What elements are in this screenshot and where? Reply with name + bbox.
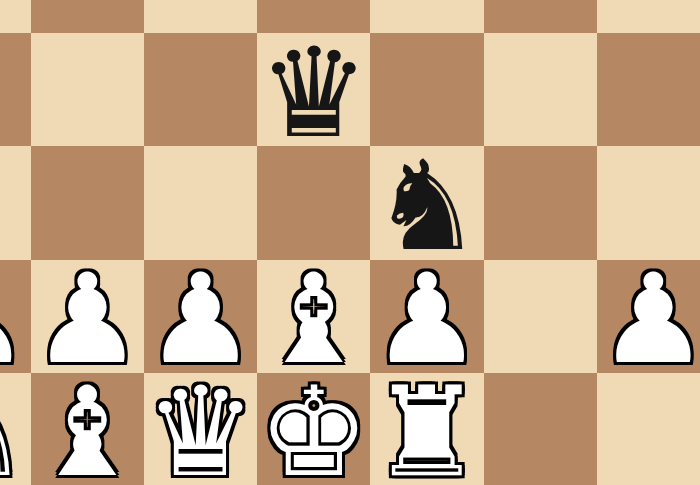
square-d1[interactable]: ♛ <box>144 373 257 485</box>
square-e2[interactable]: ♝ <box>257 260 370 373</box>
black-queen[interactable]: ♛ <box>258 31 369 155</box>
square-b5[interactable] <box>0 0 31 33</box>
square-d5[interactable] <box>144 0 257 33</box>
square-d3[interactable] <box>144 146 257 259</box>
square-f3[interactable]: ♞ <box>370 146 483 259</box>
white-queen[interactable]: ♛ <box>145 370 256 485</box>
square-d4[interactable] <box>144 33 257 146</box>
square-g2[interactable] <box>484 260 597 373</box>
square-g3[interactable] <box>484 146 597 259</box>
square-h3[interactable] <box>597 146 700 259</box>
square-g5[interactable] <box>484 0 597 33</box>
square-c1[interactable]: ♝ <box>31 373 144 485</box>
square-h4[interactable] <box>597 33 700 146</box>
board-viewport: ♛♞♟♟♟♝♟♟♞♝♛♚♜ <box>0 0 700 485</box>
square-g1[interactable] <box>484 373 597 485</box>
square-b2[interactable]: ♟ <box>0 260 31 373</box>
square-h2[interactable]: ♟ <box>597 260 700 373</box>
white-rook[interactable]: ♜ <box>371 370 482 485</box>
chess-board: ♛♞♟♟♟♝♟♟♞♝♛♚♜ <box>0 0 700 485</box>
square-f1[interactable]: ♜ <box>370 373 483 485</box>
square-e1[interactable]: ♚ <box>257 373 370 485</box>
square-g4[interactable] <box>484 33 597 146</box>
square-c3[interactable] <box>31 146 144 259</box>
white-pawn[interactable]: ♟ <box>598 257 700 381</box>
square-b3[interactable] <box>0 146 31 259</box>
square-c2[interactable]: ♟ <box>31 260 144 373</box>
square-d2[interactable]: ♟ <box>144 260 257 373</box>
square-h5[interactable] <box>597 0 700 33</box>
square-c4[interactable] <box>31 33 144 146</box>
white-king[interactable]: ♚ <box>258 370 369 485</box>
square-f2[interactable]: ♟ <box>370 260 483 373</box>
white-bishop[interactable]: ♝ <box>32 370 143 485</box>
square-e4[interactable]: ♛ <box>257 33 370 146</box>
square-f4[interactable] <box>370 33 483 146</box>
square-b1[interactable]: ♞ <box>0 373 31 485</box>
square-c5[interactable] <box>31 0 144 33</box>
square-b4[interactable] <box>0 33 31 146</box>
white-knight[interactable]: ♞ <box>0 370 30 485</box>
square-f5[interactable] <box>370 0 483 33</box>
